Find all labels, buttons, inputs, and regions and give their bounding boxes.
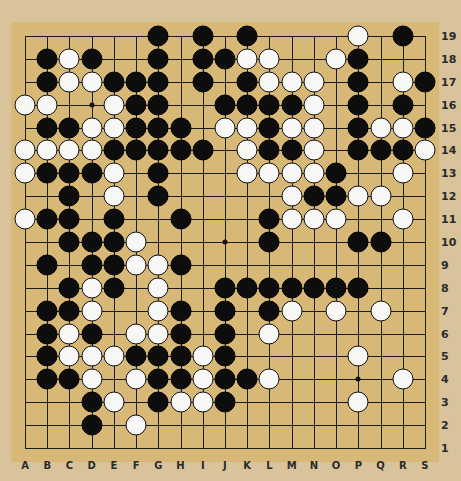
row-label-4: 4 xyxy=(441,373,449,386)
column-label-I: I xyxy=(201,460,205,471)
white-stone-N13 xyxy=(303,163,324,184)
black-stone-C8 xyxy=(59,277,80,298)
black-stone-G16 xyxy=(148,94,169,115)
column-label-J: J xyxy=(223,460,227,471)
white-stone-K14 xyxy=(237,140,258,161)
white-stone-E12 xyxy=(103,186,124,207)
black-stone-P8 xyxy=(348,277,369,298)
black-stone-R14 xyxy=(392,140,413,161)
black-stone-E8 xyxy=(103,277,124,298)
black-stone-C13 xyxy=(59,163,80,184)
star-point xyxy=(356,377,361,382)
white-stone-K18 xyxy=(237,48,258,69)
black-stone-G15 xyxy=(148,117,169,138)
column-label-P: P xyxy=(355,460,362,471)
black-stone-B5 xyxy=(37,346,58,367)
black-stone-L11 xyxy=(259,209,280,230)
black-stone-K17 xyxy=(237,71,258,92)
black-stone-M8 xyxy=(281,277,302,298)
white-stone-J15 xyxy=(214,117,235,138)
white-stone-Q15 xyxy=(370,117,391,138)
row-label-6: 6 xyxy=(441,327,449,340)
go-board[interactable]: ABCDEFGHIJKLMNOPQRS191817161514131211109… xyxy=(0,0,461,481)
black-stone-J16 xyxy=(214,94,235,115)
white-stone-P19 xyxy=(348,26,369,47)
white-stone-A11 xyxy=(15,209,36,230)
black-stone-C12 xyxy=(59,186,80,207)
black-stone-D10 xyxy=(81,232,102,253)
white-stone-M17 xyxy=(281,71,302,92)
black-stone-P10 xyxy=(348,232,369,253)
black-stone-R19 xyxy=(392,26,413,47)
white-stone-B16 xyxy=(37,94,58,115)
column-label-C: C xyxy=(66,460,73,471)
black-stone-H6 xyxy=(170,323,191,344)
column-label-B: B xyxy=(43,460,51,471)
white-stone-A13 xyxy=(15,163,36,184)
row-label-7: 7 xyxy=(441,304,449,317)
white-stone-L17 xyxy=(259,71,280,92)
black-stone-G12 xyxy=(148,186,169,207)
black-stone-H5 xyxy=(170,346,191,367)
black-stone-D6 xyxy=(81,323,102,344)
black-stone-L14 xyxy=(259,140,280,161)
white-stone-G9 xyxy=(148,254,169,275)
black-stone-I19 xyxy=(192,26,213,47)
white-stone-M12 xyxy=(281,186,302,207)
white-stone-I5 xyxy=(192,346,213,367)
black-stone-I17 xyxy=(192,71,213,92)
column-label-N: N xyxy=(310,460,318,471)
black-stone-B18 xyxy=(37,48,58,69)
black-stone-J6 xyxy=(214,323,235,344)
white-stone-F4 xyxy=(126,369,147,390)
black-stone-O8 xyxy=(326,277,347,298)
black-stone-O12 xyxy=(326,186,347,207)
column-label-A: A xyxy=(21,460,29,471)
black-stone-H14 xyxy=(170,140,191,161)
black-stone-B13 xyxy=(37,163,58,184)
black-stone-I18 xyxy=(192,48,213,69)
white-stone-F9 xyxy=(126,254,147,275)
black-stone-B9 xyxy=(37,254,58,275)
white-stone-M11 xyxy=(281,209,302,230)
white-stone-D15 xyxy=(81,117,102,138)
black-stone-L7 xyxy=(259,300,280,321)
black-stone-P17 xyxy=(348,71,369,92)
black-stone-C10 xyxy=(59,232,80,253)
black-stone-R16 xyxy=(392,94,413,115)
black-stone-K8 xyxy=(237,277,258,298)
white-stone-I4 xyxy=(192,369,213,390)
white-stone-Q7 xyxy=(370,300,391,321)
row-label-3: 3 xyxy=(441,396,449,409)
black-stone-K4 xyxy=(237,369,258,390)
black-stone-Q10 xyxy=(370,232,391,253)
white-stone-G6 xyxy=(148,323,169,344)
black-stone-E9 xyxy=(103,254,124,275)
white-stone-O7 xyxy=(326,300,347,321)
white-stone-E5 xyxy=(103,346,124,367)
white-stone-N11 xyxy=(303,209,324,230)
black-stone-K16 xyxy=(237,94,258,115)
white-stone-E16 xyxy=(103,94,124,115)
black-stone-N12 xyxy=(303,186,324,207)
column-label-Q: Q xyxy=(376,460,385,471)
row-label-9: 9 xyxy=(441,258,449,271)
white-stone-B14 xyxy=(37,140,58,161)
black-stone-H15 xyxy=(170,117,191,138)
row-label-8: 8 xyxy=(441,281,449,294)
black-stone-F5 xyxy=(126,346,147,367)
white-stone-P3 xyxy=(348,392,369,413)
white-stone-F2 xyxy=(126,415,147,436)
white-stone-C14 xyxy=(59,140,80,161)
black-stone-D9 xyxy=(81,254,102,275)
column-label-O: O xyxy=(332,460,341,471)
row-label-5: 5 xyxy=(441,350,449,363)
white-stone-R11 xyxy=(392,209,413,230)
black-stone-H9 xyxy=(170,254,191,275)
black-stone-F15 xyxy=(126,117,147,138)
white-stone-O18 xyxy=(326,48,347,69)
white-stone-Q12 xyxy=(370,186,391,207)
black-stone-P16 xyxy=(348,94,369,115)
white-stone-I3 xyxy=(192,392,213,413)
black-stone-D3 xyxy=(81,392,102,413)
white-stone-R15 xyxy=(392,117,413,138)
column-label-R: R xyxy=(399,460,407,471)
black-stone-F17 xyxy=(126,71,147,92)
black-stone-H7 xyxy=(170,300,191,321)
star-point xyxy=(222,240,227,245)
black-stone-M16 xyxy=(281,94,302,115)
black-stone-L10 xyxy=(259,232,280,253)
black-stone-P14 xyxy=(348,140,369,161)
white-stone-M7 xyxy=(281,300,302,321)
white-stone-M15 xyxy=(281,117,302,138)
black-stone-B15 xyxy=(37,117,58,138)
black-stone-K19 xyxy=(237,26,258,47)
white-stone-E15 xyxy=(103,117,124,138)
black-stone-J5 xyxy=(214,346,235,367)
column-label-L: L xyxy=(266,460,272,471)
row-label-1: 1 xyxy=(441,442,449,455)
white-stone-G7 xyxy=(148,300,169,321)
black-stone-J8 xyxy=(214,277,235,298)
black-stone-G19 xyxy=(148,26,169,47)
black-stone-G3 xyxy=(148,392,169,413)
white-stone-L18 xyxy=(259,48,280,69)
white-stone-P5 xyxy=(348,346,369,367)
row-label-16: 16 xyxy=(441,98,456,111)
white-stone-S14 xyxy=(414,140,435,161)
black-stone-I14 xyxy=(192,140,213,161)
black-stone-D2 xyxy=(81,415,102,436)
row-label-14: 14 xyxy=(441,144,456,157)
white-stone-N16 xyxy=(303,94,324,115)
black-stone-E17 xyxy=(103,71,124,92)
column-label-E: E xyxy=(110,460,117,471)
black-stone-C11 xyxy=(59,209,80,230)
white-stone-A14 xyxy=(15,140,36,161)
white-stone-F6 xyxy=(126,323,147,344)
black-stone-E10 xyxy=(103,232,124,253)
black-stone-S15 xyxy=(414,117,435,138)
black-stone-O13 xyxy=(326,163,347,184)
black-stone-C15 xyxy=(59,117,80,138)
black-stone-C4 xyxy=(59,369,80,390)
black-stone-H4 xyxy=(170,369,191,390)
black-stone-P15 xyxy=(348,117,369,138)
black-stone-B7 xyxy=(37,300,58,321)
white-stone-N14 xyxy=(303,140,324,161)
black-stone-B17 xyxy=(37,71,58,92)
black-stone-N8 xyxy=(303,277,324,298)
black-stone-B6 xyxy=(37,323,58,344)
row-label-13: 13 xyxy=(441,167,456,180)
white-stone-R17 xyxy=(392,71,413,92)
white-stone-K13 xyxy=(237,163,258,184)
black-stone-G13 xyxy=(148,163,169,184)
white-stone-K15 xyxy=(237,117,258,138)
white-stone-D7 xyxy=(81,300,102,321)
black-stone-D18 xyxy=(81,48,102,69)
black-stone-J3 xyxy=(214,392,235,413)
white-stone-G8 xyxy=(148,277,169,298)
grid-vertical-line xyxy=(425,36,426,449)
row-label-15: 15 xyxy=(441,121,456,134)
column-label-F: F xyxy=(133,460,140,471)
column-label-D: D xyxy=(88,460,96,471)
row-label-11: 11 xyxy=(441,213,456,226)
black-stone-L15 xyxy=(259,117,280,138)
star-point xyxy=(89,102,94,107)
black-stone-M14 xyxy=(281,140,302,161)
white-stone-A16 xyxy=(15,94,36,115)
grid-horizontal-line xyxy=(25,448,426,449)
black-stone-L8 xyxy=(259,277,280,298)
white-stone-H3 xyxy=(170,392,191,413)
row-label-17: 17 xyxy=(441,75,456,88)
white-stone-R4 xyxy=(392,369,413,390)
black-stone-G4 xyxy=(148,369,169,390)
row-label-19: 19 xyxy=(441,30,456,43)
black-stone-J4 xyxy=(214,369,235,390)
black-stone-J18 xyxy=(214,48,235,69)
black-stone-E14 xyxy=(103,140,124,161)
white-stone-N17 xyxy=(303,71,324,92)
white-stone-D8 xyxy=(81,277,102,298)
black-stone-G5 xyxy=(148,346,169,367)
white-stone-C17 xyxy=(59,71,80,92)
white-stone-M13 xyxy=(281,163,302,184)
black-stone-G18 xyxy=(148,48,169,69)
black-stone-L16 xyxy=(259,94,280,115)
column-label-H: H xyxy=(176,460,184,471)
white-stone-E13 xyxy=(103,163,124,184)
white-stone-O11 xyxy=(326,209,347,230)
black-stone-D13 xyxy=(81,163,102,184)
column-label-K: K xyxy=(243,460,251,471)
white-stone-R13 xyxy=(392,163,413,184)
white-stone-D5 xyxy=(81,346,102,367)
white-stone-N15 xyxy=(303,117,324,138)
black-stone-S17 xyxy=(414,71,435,92)
white-stone-C18 xyxy=(59,48,80,69)
row-label-10: 10 xyxy=(441,236,456,249)
white-stone-E3 xyxy=(103,392,124,413)
black-stone-F14 xyxy=(126,140,147,161)
white-stone-D4 xyxy=(81,369,102,390)
white-stone-L13 xyxy=(259,163,280,184)
white-stone-D17 xyxy=(81,71,102,92)
row-label-12: 12 xyxy=(441,190,456,203)
white-stone-F10 xyxy=(126,232,147,253)
white-stone-L6 xyxy=(259,323,280,344)
column-label-S: S xyxy=(421,460,428,471)
black-stone-Q14 xyxy=(370,140,391,161)
black-stone-G17 xyxy=(148,71,169,92)
row-label-2: 2 xyxy=(441,419,449,432)
white-stone-C6 xyxy=(59,323,80,344)
white-stone-L4 xyxy=(259,369,280,390)
row-label-18: 18 xyxy=(441,52,456,65)
column-label-M: M xyxy=(287,460,297,471)
black-stone-J7 xyxy=(214,300,235,321)
black-stone-E11 xyxy=(103,209,124,230)
black-stone-C7 xyxy=(59,300,80,321)
white-stone-P12 xyxy=(348,186,369,207)
black-stone-B11 xyxy=(37,209,58,230)
black-stone-B4 xyxy=(37,369,58,390)
black-stone-H11 xyxy=(170,209,191,230)
white-stone-C5 xyxy=(59,346,80,367)
column-label-G: G xyxy=(154,460,162,471)
black-stone-P18 xyxy=(348,48,369,69)
grid-vertical-line xyxy=(336,36,337,449)
black-stone-G14 xyxy=(148,140,169,161)
white-stone-D14 xyxy=(81,140,102,161)
black-stone-F16 xyxy=(126,94,147,115)
